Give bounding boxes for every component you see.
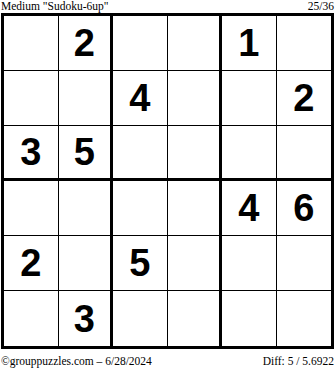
cell-r3c1: 3 (4, 126, 59, 181)
cell-r1c1[interactable] (4, 16, 59, 71)
cell-r1c5: 1 (222, 16, 277, 71)
cell-r1c3[interactable] (113, 16, 168, 71)
cell-r2c4[interactable] (168, 71, 223, 126)
footer-difficulty: Diff: 5 / 5.6922 (263, 355, 334, 368)
cell-r6c5[interactable] (222, 291, 277, 346)
cell-r5c5[interactable] (222, 236, 277, 291)
cell-r5c2[interactable] (59, 236, 114, 291)
cell-r1c2: 2 (59, 16, 114, 71)
cell-r5c1: 2 (4, 236, 59, 291)
cell-r3c6[interactable] (277, 126, 332, 181)
cell-r4c4[interactable] (168, 181, 223, 236)
puzzle-title: Medium "Sudoku-6up" (1, 0, 108, 12)
cell-r5c6[interactable] (277, 236, 332, 291)
cell-r1c6[interactable] (277, 16, 332, 71)
cell-r2c2[interactable] (59, 71, 114, 126)
footer-copyright: ©grouppuzzles.com – 6/28/2024 (1, 355, 152, 368)
footer: ©grouppuzzles.com – 6/28/2024 Diff: 5 / … (1, 354, 334, 368)
cell-r2c3: 4 (113, 71, 168, 126)
header: Medium "Sudoku-6up" 25/36 (1, 0, 334, 13)
cells-remaining-counter: 25/36 (308, 0, 334, 12)
cell-r6c3[interactable] (113, 291, 168, 346)
cell-r5c4[interactable] (168, 236, 223, 291)
cell-r3c4[interactable] (168, 126, 223, 181)
cell-r2c6: 2 (277, 71, 332, 126)
cell-r4c6: 6 (277, 181, 332, 236)
cell-r4c5: 4 (222, 181, 277, 236)
cell-r2c1[interactable] (4, 71, 59, 126)
cell-r3c5[interactable] (222, 126, 277, 181)
cell-r6c2: 3 (59, 291, 114, 346)
cell-r1c4[interactable] (168, 16, 223, 71)
cell-r6c4[interactable] (168, 291, 223, 346)
cell-r3c3[interactable] (113, 126, 168, 181)
cell-r2c5[interactable] (222, 71, 277, 126)
puzzle-page: Medium "Sudoku-6up" 25/36 2 1 4 2 3 5 4 … (0, 0, 336, 370)
cell-r6c6[interactable] (277, 291, 332, 346)
cell-r4c2[interactable] (59, 181, 114, 236)
cell-r6c1[interactable] (4, 291, 59, 346)
cell-r4c1[interactable] (4, 181, 59, 236)
cell-r3c2: 5 (59, 126, 114, 181)
sudoku-grid: 2 1 4 2 3 5 4 6 2 5 3 (1, 13, 334, 349)
cell-r5c3: 5 (113, 236, 168, 291)
cell-r4c3[interactable] (113, 181, 168, 236)
